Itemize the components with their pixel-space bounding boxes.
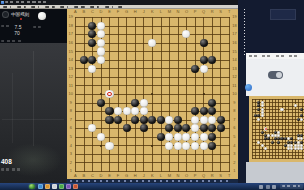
window-title-text — [5, 1, 49, 3]
coord-label: 13 — [231, 67, 237, 71]
background-line — [33, 51, 34, 146]
coord-label: 15 — [68, 50, 74, 54]
coord-label: M — [165, 10, 173, 14]
black-stone — [208, 142, 216, 150]
black-stone — [217, 124, 225, 132]
black-stone — [261, 131, 264, 134]
coord-label: 6 — [68, 126, 74, 130]
white-stone — [165, 116, 173, 124]
coord-label: 6 — [231, 126, 237, 130]
black-stone — [200, 56, 208, 64]
coord-label: 16 — [231, 41, 237, 45]
white-stone — [97, 39, 105, 47]
coord-label: 5 — [231, 135, 237, 139]
black-stone — [277, 141, 280, 144]
coord-label: 11 — [231, 84, 237, 88]
white-stone — [208, 116, 216, 124]
last-move-marker — [265, 128, 267, 130]
coord-label: 8 — [231, 109, 237, 113]
coord-label: M — [165, 174, 173, 178]
tray-icon[interactable] — [272, 185, 276, 189]
white-stone — [97, 47, 105, 55]
coord-label: S — [217, 10, 225, 14]
system-tray[interactable] — [280, 184, 303, 189]
black-stone — [208, 107, 216, 115]
grid-line — [75, 162, 230, 163]
record-dot-icon — [20, 18, 22, 20]
panel-tab[interactable] — [249, 55, 257, 57]
info-blue-icon[interactable] — [245, 84, 252, 91]
coord-label: 18 — [231, 24, 237, 28]
black-stone — [157, 133, 165, 141]
white-stone — [140, 107, 148, 115]
white-stone — [174, 142, 182, 150]
white-stone — [200, 142, 208, 150]
coord-label: Q — [200, 10, 208, 14]
black-stone — [267, 137, 270, 140]
black-stone — [208, 56, 216, 64]
white-stone — [191, 142, 199, 150]
white-stone — [300, 137, 303, 140]
coord-label: E — [106, 174, 114, 178]
white-stone — [174, 133, 182, 141]
coord-label: 12 — [231, 75, 237, 79]
white-stone — [200, 116, 208, 124]
mini-go-board[interactable] — [249, 96, 304, 162]
white-stone — [165, 142, 173, 150]
coord-label: P — [191, 10, 199, 14]
coord-label: 19 — [68, 15, 74, 19]
white-stone-indicator-icon — [38, 12, 46, 20]
coord-label: 11 — [68, 84, 74, 88]
coord-label: K — [148, 174, 156, 178]
dotted-divider — [244, 9, 245, 55]
white-stone — [300, 147, 303, 150]
black-stone — [105, 116, 113, 124]
coord-label: L — [157, 174, 165, 178]
coord-label: 13 — [68, 67, 74, 71]
black-stone — [182, 124, 190, 132]
taskbar-app-icon[interactable] — [38, 184, 43, 189]
coord-label: H — [131, 10, 139, 14]
coord-label: 1 — [68, 169, 74, 173]
black-stone — [191, 65, 199, 73]
black-stone — [140, 124, 148, 132]
coord-label: A — [71, 174, 79, 178]
coord-label: F — [114, 174, 122, 178]
taskbar-app-icon[interactable] — [45, 184, 50, 189]
menu-item[interactable] — [45, 6, 55, 8]
white-stone — [287, 137, 290, 140]
white-stone — [191, 116, 199, 124]
panel-tab[interactable] — [262, 55, 271, 57]
black-stone — [131, 99, 139, 107]
grid-line — [161, 17, 162, 172]
white-stone — [97, 22, 105, 30]
taskbar-app-icon[interactable] — [59, 184, 64, 189]
coord-label: 10 — [231, 92, 237, 96]
left-player-label — [1, 25, 10, 27]
coord-label: 4 — [68, 144, 74, 148]
coord-label: 15 — [231, 50, 237, 54]
white-stone — [131, 107, 139, 115]
white-stone — [300, 118, 303, 121]
black-stone — [80, 56, 88, 64]
white-stone — [200, 65, 208, 73]
coord-label: P — [191, 174, 199, 178]
overlay-subtext — [1, 168, 21, 171]
white-stone — [114, 107, 122, 115]
black-stone — [208, 99, 216, 107]
coord-label: 4 — [231, 144, 237, 148]
coord-label: 2 — [68, 161, 74, 165]
black-stone — [114, 116, 122, 124]
taskbar-app-icon[interactable] — [73, 184, 78, 189]
coord-label: 8 — [68, 109, 74, 113]
coord-label: N — [174, 174, 182, 178]
coord-label: O — [182, 174, 190, 178]
taskbar-app-icon[interactable] — [66, 184, 71, 189]
coord-label: C — [88, 10, 96, 14]
black-stone — [88, 30, 96, 38]
coord-label: B — [80, 10, 88, 14]
white-stone — [200, 133, 208, 141]
app-icon — [1, 1, 4, 4]
coord-label: A — [71, 10, 79, 14]
coord-label: K — [148, 10, 156, 14]
white-stone — [97, 56, 105, 64]
side-panel — [238, 0, 304, 183]
coord-label: 12 — [68, 75, 74, 79]
white-stone — [165, 133, 173, 141]
black-stone — [105, 107, 113, 115]
panel-header-box — [270, 9, 296, 20]
coord-label: 10 — [68, 92, 74, 96]
go-board[interactable]: AA1919BB1818CC1717DD1616EE1515FF1414GG13… — [67, 9, 238, 184]
rules-label: 中国规则 — [8, 12, 32, 17]
coord-label: J — [140, 174, 148, 178]
black-stone — [200, 124, 208, 132]
white-stone — [140, 99, 148, 107]
black-stone — [200, 107, 208, 115]
status-text-row — [1, 40, 22, 42]
screen: 中国规则 7.5 70 408 AA1919BB1818CC1717DD1616… — [0, 0, 304, 190]
black-stone — [131, 116, 139, 124]
right-player-label — [33, 26, 41, 28]
grid-line — [229, 17, 230, 172]
black-stone — [200, 39, 208, 47]
white-stone — [182, 142, 190, 150]
coord-label: 19 — [231, 15, 237, 19]
black-stone — [123, 124, 131, 132]
grid-line — [220, 17, 221, 172]
toggle-knob — [276, 72, 282, 78]
coord-label: 3 — [68, 152, 74, 156]
coord-label: E — [106, 10, 114, 14]
white-stone — [191, 133, 199, 141]
taskbar — [0, 183, 304, 190]
black-stone — [88, 56, 96, 64]
coord-label: 14 — [68, 58, 74, 62]
coord-label: S — [217, 174, 225, 178]
clock-text — [282, 185, 300, 187]
black-stone — [165, 124, 173, 132]
star-point — [282, 129, 283, 130]
black-stone — [157, 116, 165, 124]
black-stone — [88, 22, 96, 30]
grid-line — [75, 171, 230, 172]
black-stone — [271, 141, 274, 144]
coord-label: 9 — [68, 101, 74, 105]
coord-label: D — [97, 10, 105, 14]
coord-label: 7 — [231, 118, 237, 122]
black-stone — [208, 124, 216, 132]
white-stone — [264, 147, 267, 150]
star-point — [100, 145, 102, 147]
viewer-count: 408 — [1, 158, 31, 166]
tray-icon[interactable] — [266, 185, 270, 189]
black-stone — [217, 116, 225, 124]
coord-label: R — [208, 174, 216, 178]
black-stone — [140, 116, 148, 124]
coord-label: 1 — [231, 169, 237, 173]
coord-label: 5 — [68, 135, 74, 139]
background-line — [2, 119, 64, 120]
star-point — [151, 145, 153, 147]
coord-label: 2 — [231, 161, 237, 165]
coord-label: C — [88, 174, 96, 178]
coord-label: H — [131, 174, 139, 178]
star-point — [262, 129, 263, 130]
coord-label: G — [123, 174, 131, 178]
grid-line — [75, 154, 230, 155]
menu-item[interactable] — [31, 6, 39, 8]
coord-label: Q — [200, 174, 208, 178]
white-stone — [148, 39, 156, 47]
coord-label: 3 — [231, 152, 237, 156]
white-stone — [261, 114, 264, 117]
black-stone — [300, 114, 303, 117]
game-info-panel: 中国规则 7.5 70 408 — [0, 9, 67, 183]
white-stone — [97, 30, 105, 38]
taskbar-app-icon[interactable] — [52, 184, 57, 189]
white-stone — [88, 65, 96, 73]
coord-label: 17 — [231, 32, 237, 36]
coord-label: O — [182, 10, 190, 14]
star-point — [203, 93, 205, 95]
black-stone — [208, 133, 216, 141]
white-stone — [290, 147, 293, 150]
coord-label: D — [97, 174, 105, 178]
star-point — [151, 93, 153, 95]
tray-icon[interactable] — [259, 185, 263, 189]
black-stone — [148, 116, 156, 124]
black-stone — [191, 107, 199, 115]
star-point — [100, 93, 102, 95]
coord-label: 14 — [231, 58, 237, 62]
black-stone — [88, 39, 96, 47]
black-stone — [257, 114, 260, 117]
move-list-strip — [70, 180, 230, 182]
coord-label: N — [174, 10, 182, 14]
white-stone — [261, 144, 264, 147]
white-stone — [267, 134, 270, 137]
coord-label: R — [208, 10, 216, 14]
black-stone — [174, 124, 182, 132]
coord-label: 7 — [68, 118, 74, 122]
coord-label: 16 — [68, 41, 74, 45]
toggle-switch[interactable] — [268, 71, 283, 79]
menu-item[interactable] — [3, 6, 11, 8]
panel-tab[interactable] — [289, 55, 299, 57]
white-stone — [123, 107, 131, 115]
white-stone — [88, 124, 96, 132]
background-line — [12, 73, 13, 143]
white-stone — [97, 133, 105, 141]
coord-label: L — [157, 10, 165, 14]
coord-label: G — [123, 10, 131, 14]
black-stone — [174, 116, 182, 124]
move-number-value: 70 — [10, 30, 24, 36]
panel-tab[interactable] — [276, 55, 284, 57]
white-stone — [182, 133, 190, 141]
coord-label: 17 — [68, 32, 74, 36]
coord-label: T — [225, 10, 233, 14]
white-stone — [182, 30, 190, 38]
coord-label: T — [225, 174, 233, 178]
coord-label: 9 — [231, 101, 237, 105]
taskbar-icons — [0, 183, 304, 190]
coord-label: J — [140, 10, 148, 14]
white-stone — [280, 108, 283, 111]
white-stone — [191, 124, 199, 132]
komi-value: 7.5 — [11, 24, 25, 30]
coord-label: B — [80, 174, 88, 178]
coord-label: 18 — [68, 24, 74, 28]
panel-footer-area — [246, 162, 304, 183]
white-stone — [105, 142, 113, 150]
black-stone — [97, 99, 105, 107]
coord-label: F — [114, 10, 122, 14]
black-stone — [300, 108, 303, 111]
panel-controls-area — [246, 59, 304, 97]
menu-item[interactable] — [17, 6, 26, 8]
